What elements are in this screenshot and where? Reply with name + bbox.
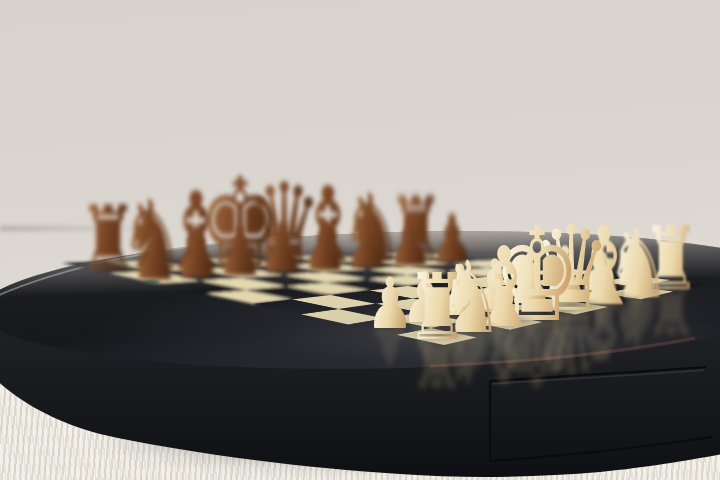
piece-white-rook-h1: ♜ — [406, 262, 468, 354]
piece-black-pawn-d7: ♟ — [302, 213, 348, 280]
piece-black-rook-h8: ♜ — [78, 196, 138, 284]
pieces-layer: ♜♞♝♛♚♝♞♜♟♟♟♟♟♟♟♟♟♟♟♟♟♟♟♟♟♟♟♟♟♟♟♟♜♜♞♞♝♝♛♛… — [0, 0, 720, 480]
photo-scene: ♜♞♝♛♚♝♞♜♟♟♟♟♟♟♟♟♟♟♟♟♟♟♟♟♟♟♟♟♟♟♟♟♜♜♞♞♝♝♛♛… — [0, 0, 720, 480]
piece-black-pawn-e7: ♟ — [259, 214, 305, 282]
piece-black-pawn-f7: ♟ — [217, 217, 263, 285]
piece-black-pawn-g7: ♟ — [174, 218, 221, 287]
piece-black-pawn-h7: ♟ — [131, 221, 178, 290]
